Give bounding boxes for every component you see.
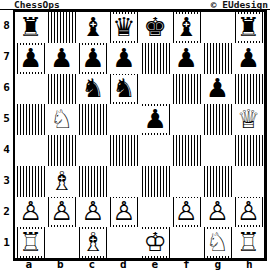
- white-pawn-g2: ♙: [205, 198, 230, 225]
- square-d6: ♞: [108, 74, 139, 105]
- square-a3: [15, 166, 46, 197]
- black-pawn-b7: ♟: [49, 45, 74, 72]
- black-rook-h8: ♜: [236, 14, 261, 41]
- square-d3: [108, 166, 139, 197]
- square-e8: ♚: [140, 12, 171, 43]
- black-pawn-h7: ♟: [236, 45, 261, 72]
- square-c4: [77, 135, 108, 166]
- square-d2: ♙: [108, 197, 139, 228]
- square-a2: ♙: [15, 197, 46, 228]
- square-a7: ♟: [15, 43, 46, 74]
- square-d1: [108, 227, 139, 258]
- square-e1: ♔: [140, 227, 171, 258]
- white-rook-a1: ♖: [18, 229, 43, 256]
- black-pawn-f7: ♟: [174, 45, 199, 72]
- square-b7: ♟: [46, 43, 77, 74]
- board: ♜♝♛♚♝♜♟♟♟♟♟♟♞♞♟♘♟♕♗♙♙♙♙♙♙♙♖♗♔♘♖: [13, 10, 267, 261]
- square-e6: [140, 74, 171, 105]
- square-a8: ♜: [15, 12, 46, 43]
- file-label-b: b: [45, 258, 77, 270]
- white-pawn-d2: ♙: [111, 198, 136, 225]
- black-pawn-a7: ♟: [18, 45, 43, 72]
- square-c2: ♙: [77, 197, 108, 228]
- rank-labels: 87654321: [0, 10, 13, 258]
- white-rook-h1: ♖: [236, 229, 261, 256]
- rank-label-4: 4: [0, 134, 13, 165]
- file-label-d: d: [108, 258, 140, 270]
- file-label-h: h: [234, 258, 266, 270]
- square-a5: [15, 104, 46, 135]
- square-b3: ♗: [46, 166, 77, 197]
- black-king-e8: ♚: [142, 14, 167, 41]
- file-labels: abcdefgh: [13, 258, 265, 270]
- rank-label-5: 5: [0, 103, 13, 134]
- app-title: ChessOps: [14, 0, 60, 9]
- square-g1: ♘: [202, 227, 233, 258]
- square-a6: [15, 74, 46, 105]
- square-a4: [15, 135, 46, 166]
- square-e5: ♟: [140, 104, 171, 135]
- square-d7: ♟: [108, 43, 139, 74]
- white-pawn-f2: ♙: [174, 198, 199, 225]
- square-h1: ♖: [233, 227, 264, 258]
- black-rook-a8: ♜: [18, 14, 43, 41]
- white-king-e1: ♔: [142, 229, 167, 256]
- square-f6: [171, 74, 202, 105]
- square-h8: ♜: [233, 12, 264, 43]
- file-label-g: g: [202, 258, 234, 270]
- board-area: 87654321 ♜♝♛♚♝♜♟♟♟♟♟♟♞♞♟♘♟♕♗♙♙♙♙♙♙♙♖♗♔♘♖: [0, 10, 270, 258]
- square-h4: [233, 135, 264, 166]
- square-d5: [108, 104, 139, 135]
- copyright-text: © EUdesign: [211, 0, 268, 9]
- white-bishop-c1: ♗: [80, 229, 105, 256]
- black-queen-d8: ♛: [111, 14, 136, 41]
- square-f2: ♙: [171, 197, 202, 228]
- square-b4: [46, 135, 77, 166]
- file-label-spacer: [0, 258, 13, 270]
- square-g2: ♙: [202, 197, 233, 228]
- white-pawn-a2: ♙: [18, 198, 43, 225]
- square-c1: ♗: [77, 227, 108, 258]
- black-knight-c6: ♞: [80, 75, 105, 102]
- square-h5: ♕: [233, 104, 264, 135]
- square-e4: [140, 135, 171, 166]
- square-b8: [46, 12, 77, 43]
- white-queen-h5: ♕: [236, 106, 261, 133]
- square-g3: [202, 166, 233, 197]
- black-knight-d6: ♞: [111, 75, 136, 102]
- square-f4: [171, 135, 202, 166]
- square-d4: [108, 135, 139, 166]
- file-label-f: f: [171, 258, 203, 270]
- black-bishop-f8: ♝: [174, 14, 199, 41]
- black-pawn-e5: ♟: [142, 106, 167, 133]
- square-b2: ♙: [46, 197, 77, 228]
- square-f8: ♝: [171, 12, 202, 43]
- square-g8: [202, 12, 233, 43]
- square-g5: [202, 104, 233, 135]
- square-f5: [171, 104, 202, 135]
- file-label-e: e: [139, 258, 171, 270]
- square-c5: [77, 104, 108, 135]
- square-h3: [233, 166, 264, 197]
- square-g7: [202, 43, 233, 74]
- white-bishop-b3: ♗: [49, 168, 74, 195]
- rank-label-3: 3: [0, 165, 13, 196]
- black-pawn-c7: ♟: [80, 45, 105, 72]
- white-pawn-c2: ♙: [80, 198, 105, 225]
- square-a1: ♖: [15, 227, 46, 258]
- black-bishop-c8: ♝: [80, 14, 105, 41]
- file-label-a: a: [13, 258, 45, 270]
- white-pawn-b2: ♙: [49, 198, 74, 225]
- rank-label-2: 2: [0, 196, 13, 227]
- white-knight-g1: ♘: [205, 229, 230, 256]
- square-f3: [171, 166, 202, 197]
- rank-label-1: 1: [0, 227, 13, 258]
- black-pawn-d7: ♟: [111, 45, 136, 72]
- square-b5: ♘: [46, 104, 77, 135]
- square-h6: [233, 74, 264, 105]
- square-f1: [171, 227, 202, 258]
- rank-label-7: 7: [0, 41, 13, 72]
- square-f7: ♟: [171, 43, 202, 74]
- rank-label-8: 8: [0, 10, 13, 41]
- square-e2: [140, 197, 171, 228]
- header-bar: ChessOps © EUdesign: [0, 0, 270, 10]
- square-g4: [202, 135, 233, 166]
- white-knight-b5: ♘: [49, 106, 74, 133]
- square-b6: [46, 74, 77, 105]
- square-g6: ♟: [202, 74, 233, 105]
- square-h7: ♟: [233, 43, 264, 74]
- square-b1: [46, 227, 77, 258]
- file-label-row: abcdefgh: [0, 258, 270, 270]
- rank-label-6: 6: [0, 72, 13, 103]
- square-h2: ♙: [233, 197, 264, 228]
- square-e3: [140, 166, 171, 197]
- file-label-c: c: [76, 258, 108, 270]
- white-pawn-h2: ♙: [236, 198, 261, 225]
- square-e7: [140, 43, 171, 74]
- black-pawn-g6: ♟: [205, 75, 230, 102]
- square-c6: ♞: [77, 74, 108, 105]
- square-d8: ♛: [108, 12, 139, 43]
- square-c3: [77, 166, 108, 197]
- square-c8: ♝: [77, 12, 108, 43]
- square-c7: ♟: [77, 43, 108, 74]
